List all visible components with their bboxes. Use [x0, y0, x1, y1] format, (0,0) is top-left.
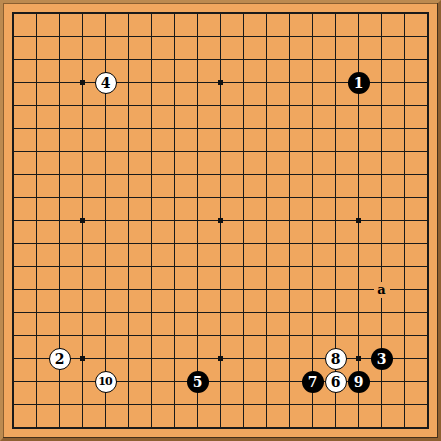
grid-line-horizontal	[13, 105, 429, 106]
grid-line-horizontal	[13, 174, 429, 175]
stone-number: 9	[354, 375, 364, 389]
star-point	[356, 218, 361, 223]
grid-line-vertical	[243, 13, 244, 429]
stone-2: 2	[49, 348, 71, 370]
grid-line-horizontal	[13, 335, 429, 336]
grid-line-vertical	[128, 13, 129, 429]
grid-line-vertical	[312, 13, 313, 429]
stone-number: 4	[101, 76, 111, 90]
stone-number: 5	[193, 375, 203, 389]
star-point	[80, 356, 85, 361]
star-point	[356, 356, 361, 361]
grid-line-vertical	[266, 13, 267, 429]
stone-10: 10	[95, 371, 117, 393]
grid-line-vertical	[174, 13, 175, 429]
grid-line-vertical	[289, 13, 290, 429]
star-point	[218, 80, 223, 85]
grid-line-vertical	[151, 13, 152, 429]
grid-line-vertical	[404, 13, 405, 429]
stone-number: 7	[308, 375, 318, 389]
stone-number: 3	[377, 352, 387, 366]
star-point	[218, 218, 223, 223]
stone-9: 9	[348, 371, 370, 393]
stone-8: 8	[325, 348, 347, 370]
grid-line-horizontal	[13, 243, 429, 244]
grid-line-horizontal	[13, 36, 429, 37]
grid-line-horizontal	[13, 266, 429, 267]
go-board: a12345678910	[0, 0, 441, 441]
stone-5: 5	[187, 371, 209, 393]
star-point	[218, 356, 223, 361]
grid-line-horizontal	[13, 312, 429, 313]
stone-number: 1	[354, 76, 364, 90]
grid-line-horizontal	[13, 404, 429, 405]
grid-line-horizontal	[13, 128, 429, 129]
star-point	[80, 80, 85, 85]
grid-line-horizontal	[13, 289, 429, 290]
stone-number: 8	[331, 352, 341, 366]
point-label-a: a	[374, 282, 390, 298]
grid-line-vertical	[36, 13, 37, 429]
stone-number: 10	[98, 376, 111, 387]
stone-1: 1	[348, 72, 370, 94]
grid-line-vertical	[197, 13, 198, 429]
stone-number: 2	[55, 352, 65, 366]
grid-line-horizontal	[13, 197, 429, 198]
stone-4: 4	[95, 72, 117, 94]
point-label-text: a	[377, 283, 385, 296]
grid-line-horizontal	[13, 59, 429, 60]
stone-6: 6	[325, 371, 347, 393]
star-point	[80, 218, 85, 223]
grid-line-horizontal	[13, 151, 429, 152]
stone-3: 3	[371, 348, 393, 370]
stone-7: 7	[302, 371, 324, 393]
stone-number: 6	[331, 375, 341, 389]
